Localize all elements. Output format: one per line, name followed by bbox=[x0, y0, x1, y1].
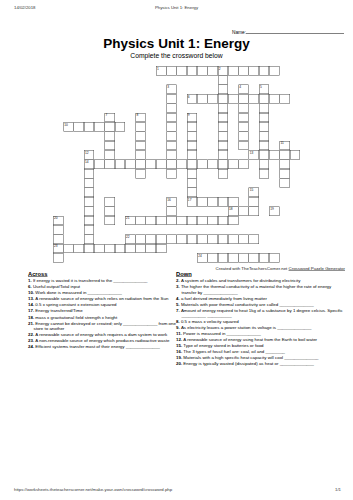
grid-cell-r4c16[interactable] bbox=[218, 103, 228, 112]
grid-cell-r19c7[interactable] bbox=[125, 244, 135, 253]
grid-cell-r2c11[interactable]: 3 bbox=[166, 85, 176, 94]
grid-cell-r18c17[interactable] bbox=[228, 234, 238, 243]
grid-cell-r5c20[interactable] bbox=[259, 113, 269, 122]
clue-number-8: 8 bbox=[136, 113, 138, 117]
grid-cell-r10c5[interactable] bbox=[104, 160, 114, 169]
grid-cell-r18c18[interactable] bbox=[238, 234, 248, 243]
grid-cell-r18c12[interactable] bbox=[177, 234, 187, 243]
grid-cell-r0c12[interactable] bbox=[177, 66, 187, 75]
grid-cell-r3c14[interactable] bbox=[197, 94, 207, 103]
grid-cell-r0c19[interactable] bbox=[249, 66, 259, 75]
print-footer-url: https://worksheets.theteacherscorner.net… bbox=[14, 487, 172, 492]
grid-cell-r6c18[interactable] bbox=[238, 122, 248, 131]
grid-cell-r11c22[interactable] bbox=[280, 169, 290, 178]
print-header-title: Physics Unit 1: Energy bbox=[0, 5, 353, 10]
grid-cell-r8c16[interactable] bbox=[218, 141, 228, 150]
grid-cell-r15c17[interactable]: 18 bbox=[228, 206, 238, 215]
grid-cell-r14c11[interactable]: 16 bbox=[166, 197, 176, 206]
grid-cell-r17c0[interactable] bbox=[53, 225, 63, 234]
clue-number-17: 17 bbox=[188, 197, 192, 201]
across-clue-13: 13. A renewable source of energy which r… bbox=[28, 296, 176, 301]
grid-cell-r20c17[interactable] bbox=[228, 253, 238, 262]
grid-cell-r3c22[interactable] bbox=[280, 94, 290, 103]
grid-cell-r7c11[interactable] bbox=[166, 132, 176, 141]
grid-cell-r12c22[interactable] bbox=[280, 178, 290, 187]
grid-cell-r20c15[interactable] bbox=[207, 253, 217, 262]
grid-cell-r10c6[interactable] bbox=[115, 160, 125, 169]
grid-cell-r5c8[interactable]: 8 bbox=[135, 113, 145, 122]
down-clue-7: 7. Amount of energy required to heat 1kg… bbox=[176, 307, 345, 318]
grid-cell-r6c16[interactable] bbox=[218, 122, 228, 131]
clue-number-20: 20 bbox=[54, 216, 58, 220]
grid-cell-r0c16[interactable]: 2 bbox=[218, 66, 228, 75]
grid-cell-r5c11[interactable] bbox=[166, 113, 176, 122]
grid-cell-r3c15[interactable] bbox=[207, 94, 217, 103]
clue-number-10: 10 bbox=[64, 122, 68, 126]
grid-cell-r18c13[interactable] bbox=[187, 234, 197, 243]
grid-cell-r3c18[interactable] bbox=[238, 94, 248, 103]
grid-cell-r5c16[interactable] bbox=[218, 113, 228, 122]
grid-cell-r8c20[interactable] bbox=[259, 141, 269, 150]
clue-number-19: 19 bbox=[270, 207, 274, 211]
across-clues-section: Across 1. If energy is wasted it is tran… bbox=[28, 271, 176, 350]
worksheet-page: 14/02/2018 Physics Unit 1: Energy Name: … bbox=[0, 0, 353, 500]
grid-cell-r19c9[interactable] bbox=[146, 244, 156, 253]
page-title: Physics Unit 1: Energy bbox=[0, 36, 353, 52]
grid-cell-r0c20[interactable] bbox=[259, 66, 269, 75]
grid-cell-r16c7[interactable]: 21 bbox=[125, 216, 135, 225]
grid-cell-r16c15[interactable] bbox=[207, 216, 217, 225]
grid-cell-r0c14[interactable] bbox=[197, 66, 207, 75]
grid-cell-r20c21[interactable] bbox=[269, 253, 279, 262]
grid-cell-r11c13[interactable] bbox=[187, 169, 197, 178]
grid-cell-r19c8[interactable] bbox=[135, 244, 145, 253]
across-clue-21: 21. Energy cannot be destroyed or create… bbox=[28, 320, 176, 331]
grid-cell-r16c14[interactable] bbox=[197, 216, 207, 225]
down-clue-9: 9. As electricity leaves a power station… bbox=[176, 325, 345, 330]
grid-cell-r10c15[interactable] bbox=[207, 160, 217, 169]
grid-cell-r4c18[interactable] bbox=[238, 103, 248, 112]
grid-cell-r2c20[interactable]: 5 bbox=[259, 85, 269, 94]
grid-cell-r13c13[interactable] bbox=[187, 188, 197, 197]
grid-cell-r11c3[interactable] bbox=[84, 169, 94, 178]
across-clue-22: 22. A renewable source of energy which r… bbox=[28, 332, 176, 337]
grid-cell-r6c3[interactable] bbox=[84, 122, 94, 131]
grid-cell-r15c5[interactable] bbox=[104, 206, 114, 215]
grid-cell-r15c11[interactable] bbox=[166, 206, 176, 215]
grid-cell-r8c13[interactable] bbox=[187, 141, 197, 150]
grid-cell-r14c15[interactable] bbox=[207, 197, 217, 206]
grid-cell-r18c14[interactable] bbox=[197, 234, 207, 243]
grid-cell-r0c10[interactable]: 1 bbox=[156, 66, 166, 75]
grid-cell-r11c11[interactable] bbox=[166, 169, 176, 178]
grid-cell-r10c7[interactable] bbox=[125, 160, 135, 169]
down-clue-20: 20. Energy is typically wasted (dissipat… bbox=[176, 361, 345, 366]
grid-cell-r20c14[interactable]: 24 bbox=[197, 253, 207, 262]
across-clue-18: 18. mass x gravitational field strength … bbox=[28, 314, 176, 319]
grid-cell-r6c1[interactable]: 10 bbox=[63, 122, 73, 131]
clue-number-11: 11 bbox=[281, 141, 284, 145]
grid-cell-r0c21[interactable] bbox=[269, 66, 279, 75]
grid-cell-r15c18[interactable] bbox=[238, 206, 248, 215]
grid-cell-r10c9[interactable] bbox=[146, 160, 156, 169]
clue-number-24: 24 bbox=[198, 253, 202, 257]
grid-cell-r3c21[interactable] bbox=[269, 94, 279, 103]
grid-cell-r9c8[interactable] bbox=[135, 150, 145, 159]
grid-cell-r9c11[interactable] bbox=[166, 150, 176, 159]
grid-cell-r2c16[interactable] bbox=[218, 85, 228, 94]
grid-cell-r13c3[interactable] bbox=[84, 188, 94, 197]
clue-number-18: 18 bbox=[229, 207, 233, 211]
down-clue-8: 8. 0.5 x mass x velocity squared bbox=[176, 319, 345, 324]
clue-number-4: 4 bbox=[239, 85, 241, 89]
grid-cell-r16c11[interactable] bbox=[166, 216, 176, 225]
grid-cell-r12c3[interactable] bbox=[84, 178, 94, 187]
grid-cell-r6c2[interactable] bbox=[74, 122, 84, 131]
clue-number-13: 13 bbox=[250, 150, 254, 154]
grid-cell-r14c19[interactable] bbox=[249, 197, 259, 206]
clue-number-3: 3 bbox=[167, 85, 169, 89]
grid-cell-r3c20[interactable] bbox=[259, 94, 269, 103]
grid-cell-r4c11[interactable] bbox=[166, 103, 176, 112]
grid-cell-r7c8[interactable] bbox=[135, 132, 145, 141]
clue-number-23: 23 bbox=[54, 244, 58, 248]
grid-cell-r19c2[interactable] bbox=[74, 244, 84, 253]
grid-cell-r4c20[interactable] bbox=[259, 103, 269, 112]
across-clue-17: 17. Energy transferred/Time bbox=[28, 308, 176, 313]
grid-cell-r18c8[interactable] bbox=[135, 234, 145, 243]
grid-cell-r3c13[interactable]: 6 bbox=[187, 94, 197, 103]
grid-cell-r14c17[interactable] bbox=[228, 197, 238, 206]
grid-cell-r15c19[interactable] bbox=[249, 206, 259, 215]
grid-cell-r3c17[interactable] bbox=[228, 94, 238, 103]
grid-cell-r18c10[interactable] bbox=[156, 234, 166, 243]
grid-cell-r20c20[interactable] bbox=[259, 253, 269, 262]
grid-cell-r6c4[interactable] bbox=[94, 122, 104, 131]
grid-cell-r0c15[interactable] bbox=[207, 66, 217, 75]
grid-cell-r18c16[interactable] bbox=[218, 234, 228, 243]
grid-cell-r6c11[interactable] bbox=[166, 122, 176, 131]
grid-cell-r10c22[interactable] bbox=[280, 160, 290, 169]
grid-cell-r8c22[interactable]: 11 bbox=[280, 141, 290, 150]
grid-cell-r19c5[interactable] bbox=[104, 244, 114, 253]
down-clue-15: 15. Type of energy stored in batteries o… bbox=[176, 343, 345, 348]
clue-number-7: 7 bbox=[105, 113, 107, 117]
down-heading: Down bbox=[176, 271, 345, 277]
grid-cell-r7c5[interactable] bbox=[104, 132, 114, 141]
grid-cell-r10c17[interactable] bbox=[228, 160, 238, 169]
grid-cell-r9c22[interactable] bbox=[280, 150, 290, 159]
grid-cell-r10c12[interactable] bbox=[177, 160, 187, 169]
grid-cell-r14c13[interactable]: 17 bbox=[187, 197, 197, 206]
clue-number-6: 6 bbox=[188, 94, 190, 98]
clue-number-1: 1 bbox=[157, 66, 159, 70]
grid-cell-r0c17[interactable] bbox=[228, 66, 238, 75]
grid-cell-r0c11[interactable] bbox=[166, 66, 176, 75]
grid-cell-r8c5[interactable] bbox=[104, 141, 114, 150]
grid-cell-r19c6[interactable] bbox=[115, 244, 125, 253]
down-clue-list: 2. A system of cables and transformers f… bbox=[176, 278, 345, 366]
grid-cell-r7c13[interactable] bbox=[187, 132, 197, 141]
clue-number-5: 5 bbox=[260, 85, 262, 89]
grid-cell-r16c5[interactable] bbox=[104, 216, 114, 225]
grid-cell-r19c1[interactable] bbox=[63, 244, 73, 253]
across-clue-14: 14. 0.5 x spring constant x extension sq… bbox=[28, 302, 176, 307]
clue-number-2: 2 bbox=[219, 66, 221, 70]
grid-cell-r18c3[interactable] bbox=[84, 234, 94, 243]
grid-cell-r10c4[interactable] bbox=[94, 160, 104, 169]
grid-cell-r10c10[interactable] bbox=[156, 160, 166, 169]
grid-cell-r6c13[interactable] bbox=[187, 122, 197, 131]
grid-cell-r3c19[interactable] bbox=[249, 94, 259, 103]
grid-cell-r9c23[interactable] bbox=[290, 150, 300, 159]
grid-cell-r10c13[interactable] bbox=[187, 160, 197, 169]
grid-cell-r16c8[interactable] bbox=[135, 216, 145, 225]
grid-cell-r7c20[interactable] bbox=[259, 132, 269, 141]
clue-number-16: 16 bbox=[167, 197, 171, 201]
grid-cell-r11c16[interactable] bbox=[218, 169, 228, 178]
grid-cell-r20c0[interactable] bbox=[53, 253, 63, 262]
grid-cell-r16c3[interactable] bbox=[84, 216, 94, 225]
grid-cell-r18c0[interactable] bbox=[53, 234, 63, 243]
across-heading: Across bbox=[28, 271, 176, 277]
grid-cell-r0c13[interactable] bbox=[187, 66, 197, 75]
grid-cell-r17c3[interactable] bbox=[84, 225, 94, 234]
grid-cell-r16c0[interactable]: 20 bbox=[53, 216, 63, 225]
across-clue-6: 6. Useful output/Total input bbox=[28, 284, 176, 289]
clue-number-14: 14 bbox=[85, 160, 89, 164]
grid-cell-r6c6[interactable] bbox=[115, 122, 125, 131]
grid-cell-r0c18[interactable] bbox=[238, 66, 248, 75]
grid-cell-r13c19[interactable]: 15 bbox=[249, 188, 259, 197]
down-clue-11: 11. Power is measured in ______________ bbox=[176, 331, 345, 336]
grid-cell-r9c21[interactable] bbox=[269, 150, 279, 159]
crossword-grid: 123456789101112131415161718192021222324 bbox=[53, 66, 300, 263]
across-clue-10: 10. Work done is measured in ___________… bbox=[28, 290, 176, 295]
across-clue-1: 1. If energy is wasted it is transferred… bbox=[28, 278, 176, 283]
down-clue-19: 19. Materials with a high specific heat … bbox=[176, 355, 345, 360]
grid-cell-r9c19[interactable]: 13 bbox=[249, 150, 259, 159]
grid-cell-r8c8[interactable] bbox=[135, 141, 145, 150]
grid-cell-r20c19[interactable] bbox=[249, 253, 259, 262]
grid-cell-r7c16[interactable] bbox=[218, 132, 228, 141]
grid-cell-r19c0[interactable]: 23 bbox=[53, 244, 63, 253]
across-clue-23: 23. A non-renewable source of energy whi… bbox=[28, 338, 176, 343]
grid-cell-r16c9[interactable] bbox=[146, 216, 156, 225]
name-label: Name: bbox=[232, 29, 246, 35]
grid-cell-r6c20[interactable] bbox=[259, 122, 269, 131]
grid-cell-r6c8[interactable] bbox=[135, 122, 145, 131]
grid-cell-r20c16[interactable] bbox=[218, 253, 228, 262]
across-clue-24: 24. Efficient systems transfer most of t… bbox=[28, 344, 176, 349]
grid-cell-r5c5[interactable]: 7 bbox=[104, 113, 114, 122]
print-footer-page-number: 1/1 bbox=[335, 487, 341, 492]
grid-cell-r10c20[interactable] bbox=[259, 160, 269, 169]
grid-cell-r14c16[interactable] bbox=[218, 197, 228, 206]
grid-cell-r12c13[interactable] bbox=[187, 178, 197, 187]
grid-cell-r18c9[interactable] bbox=[146, 234, 156, 243]
clue-number-21: 21 bbox=[126, 216, 130, 220]
grid-cell-r3c16[interactable] bbox=[218, 94, 228, 103]
down-clue-3: 3. The higher the thermal conductivity o… bbox=[176, 284, 345, 295]
grid-cell-r19c3[interactable] bbox=[84, 244, 94, 253]
down-clue-16: 16. The 3 types of fossil fuel are: coal… bbox=[176, 349, 345, 354]
grid-cell-r6c5[interactable] bbox=[104, 122, 114, 131]
grid-cell-r16c13[interactable] bbox=[187, 216, 197, 225]
grid-cell-r9c20[interactable] bbox=[259, 150, 269, 159]
down-clue-2: 2. A system of cables and transformers f… bbox=[176, 278, 345, 283]
grid-cell-r10c14[interactable] bbox=[197, 160, 207, 169]
grid-cell-r9c13[interactable] bbox=[187, 150, 197, 159]
page-subtitle: Complete the crossword below bbox=[0, 52, 353, 60]
clue-number-22: 22 bbox=[126, 235, 130, 239]
grid-cell-r3c11[interactable] bbox=[166, 94, 176, 103]
grid-cell-r10c16[interactable] bbox=[218, 160, 228, 169]
name-blank-line bbox=[246, 28, 344, 34]
down-clue-12: 12. A renewable source of energy using h… bbox=[176, 337, 345, 342]
grid-cell-r18c11[interactable] bbox=[166, 234, 176, 243]
grid-cell-r1c16[interactable] bbox=[218, 75, 228, 84]
grid-cell-r16c16[interactable] bbox=[218, 216, 228, 225]
grid-cell-r16c10[interactable] bbox=[156, 216, 166, 225]
grid-cell-r9c3[interactable]: 12 bbox=[84, 150, 94, 159]
grid-cell-r10c11[interactable] bbox=[166, 160, 176, 169]
across-clue-list: 1. If energy is wasted it is transferred… bbox=[28, 278, 176, 349]
grid-cell-r9c5[interactable] bbox=[104, 150, 114, 159]
clue-number-9: 9 bbox=[188, 113, 190, 117]
grid-cell-r10c3[interactable]: 14 bbox=[84, 160, 94, 169]
clue-number-15: 15 bbox=[250, 188, 254, 192]
grid-cell-r7c18[interactable] bbox=[238, 132, 248, 141]
grid-cell-r15c3[interactable] bbox=[84, 206, 94, 215]
grid-cell-r14c3[interactable] bbox=[84, 197, 94, 206]
clue-number-12: 12 bbox=[85, 150, 89, 154]
grid-cell-r8c18[interactable] bbox=[238, 141, 248, 150]
grid-cell-r14c5[interactable] bbox=[104, 197, 114, 206]
down-clue-5: 5. Materials with poor thermal conductiv… bbox=[176, 301, 345, 306]
name-field: Name: bbox=[232, 28, 344, 35]
grid-cell-r10c8[interactable] bbox=[135, 160, 145, 169]
grid-cell-r11c20[interactable] bbox=[259, 169, 269, 178]
grid-cell-r5c13[interactable]: 9 bbox=[187, 113, 197, 122]
down-clue-4: 4. a fuel derived immediately from livin… bbox=[176, 295, 345, 300]
grid-cell-r14c14[interactable] bbox=[197, 197, 207, 206]
grid-cell-r8c11[interactable] bbox=[166, 141, 176, 150]
grid-cell-r5c18[interactable] bbox=[238, 113, 248, 122]
grid-cell-r18c7[interactable]: 22 bbox=[125, 234, 135, 243]
grid-cell-r20c18[interactable] bbox=[238, 253, 248, 262]
grid-cell-r15c21[interactable]: 19 bbox=[269, 206, 279, 215]
grid-cell-r2c18[interactable]: 4 bbox=[238, 85, 248, 94]
grid-cell-r18c15[interactable] bbox=[207, 234, 217, 243]
grid-cell-r16c17[interactable] bbox=[228, 216, 238, 225]
grid-cell-r10c18[interactable] bbox=[238, 160, 248, 169]
grid-cell-r19c10[interactable] bbox=[156, 244, 166, 253]
grid-cell-r11c8[interactable] bbox=[135, 169, 145, 178]
down-clues-section: Down 2. A system of cables and transform… bbox=[176, 271, 345, 368]
grid-cell-r9c16[interactable] bbox=[218, 150, 228, 159]
grid-cell-r18c19[interactable] bbox=[249, 234, 259, 243]
grid-cell-r16c12[interactable] bbox=[177, 216, 187, 225]
grid-cell-r19c4[interactable] bbox=[94, 244, 104, 253]
